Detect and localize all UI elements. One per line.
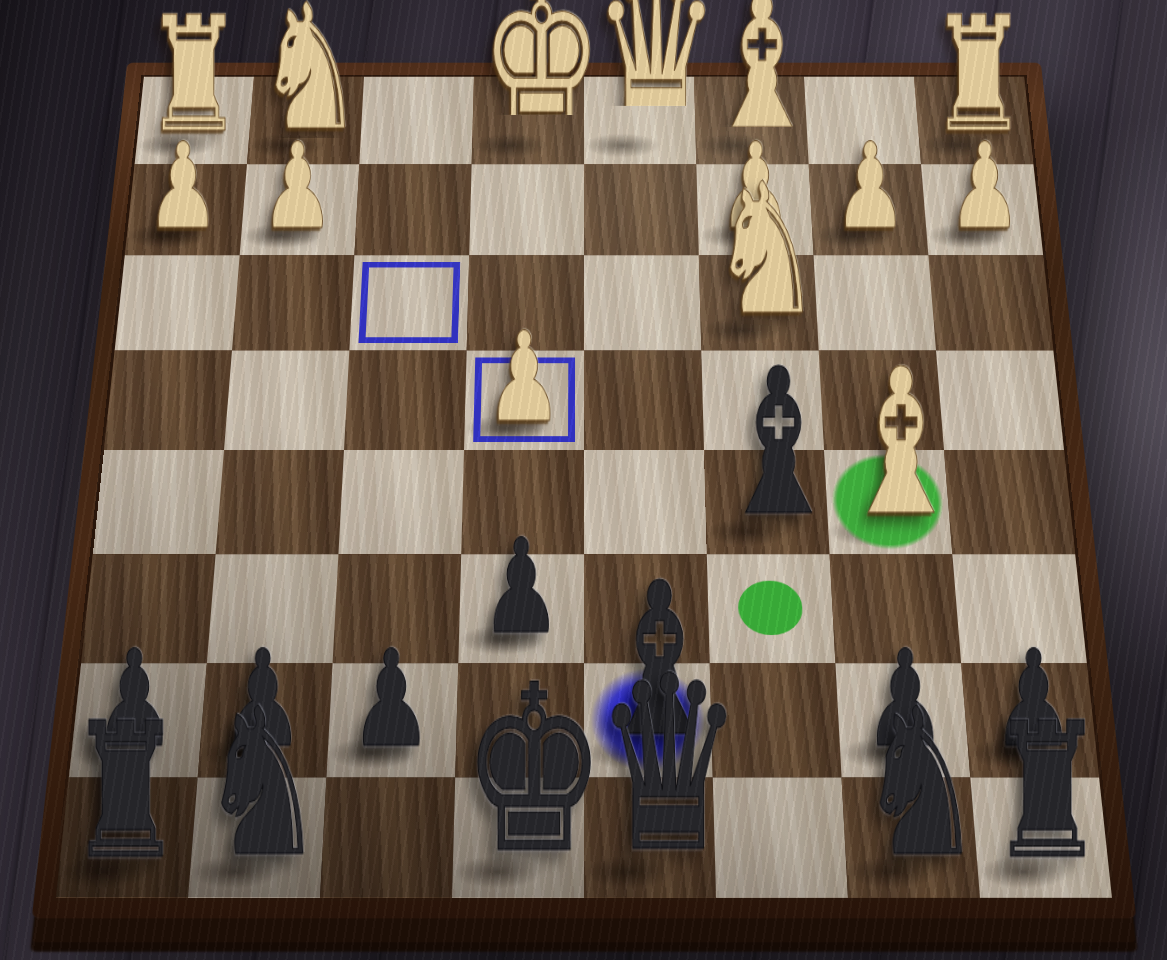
square-g2[interactable]: ♟ [239,164,359,255]
square-e2[interactable] [469,164,584,255]
board-squares: ♜♞♚♛♝♜♟♟♟♟♟♞♟♝♝♟♟♟♟♝♟♟♜♞♚♛♞♜ [56,77,1112,898]
black-king-e8[interactable]: ♚ [462,655,574,885]
square-b8[interactable]: ♞ [841,778,979,898]
white-pawn-b2[interactable]: ♟ [821,127,918,246]
square-b2[interactable]: ♟ [808,164,928,255]
white-pawn-h2[interactable]: ♟ [134,127,231,246]
black-pawn-f7[interactable]: ♟ [336,633,445,766]
square-g3[interactable] [231,255,353,350]
square-h8[interactable]: ♜ [56,778,198,898]
square-d2[interactable] [584,164,699,255]
square-e8[interactable]: ♚ [452,778,584,898]
square-a8[interactable]: ♜ [970,778,1112,898]
white-pawn-g2[interactable]: ♟ [248,127,345,246]
legal-move-indicator [737,581,804,636]
square-f3[interactable] [349,255,469,350]
black-rook-a8[interactable]: ♜ [988,698,1100,885]
square-g8[interactable]: ♞ [188,778,326,898]
chess-board: ♜♞♚♛♝♜♟♟♟♟♟♞♟♝♝♟♟♟♟♝♟♟♜♞♚♛♞♜ [31,63,1136,919]
square-g5[interactable] [215,450,343,554]
last-move-from-highlight [358,262,460,343]
square-d4[interactable] [584,350,704,450]
square-b5[interactable]: ♝ [824,450,952,554]
black-knight-g8[interactable]: ♞ [198,682,310,885]
square-f8[interactable] [320,778,455,898]
square-d8[interactable]: ♛ [584,778,716,898]
square-e1[interactable]: ♚ [471,77,583,164]
square-h3[interactable] [114,255,239,350]
square-h2[interactable]: ♟ [124,164,246,255]
square-g4[interactable] [224,350,349,450]
black-bishop-c5[interactable]: ♝ [715,342,819,544]
white-king-e1[interactable]: ♚ [480,0,575,155]
white-pawn-a2[interactable]: ♟ [936,127,1033,246]
square-a2[interactable]: ♟ [921,164,1043,255]
black-pawn-e6[interactable]: ♟ [467,522,574,652]
white-knight-c3[interactable]: ♞ [709,160,809,341]
white-bishop-b5[interactable]: ♝ [838,342,942,544]
square-d1[interactable]: ♛ [584,77,696,164]
square-h4[interactable] [104,350,232,450]
square-f7[interactable]: ♟ [326,663,458,777]
white-queen-d1[interactable]: ♛ [592,0,687,155]
square-e4[interactable]: ♟ [464,350,584,450]
white-pawn-e4[interactable]: ♟ [473,316,575,440]
square-f2[interactable] [354,164,471,255]
app-background: ♜♞♚♛♝♜♟♟♟♟♟♞♟♝♝♟♟♟♟♝♟♟♜♞♚♛♞♜ [0,0,1167,960]
board-rim: ♜♞♚♛♝♜♟♟♟♟♟♞♟♝♝♟♟♟♟♝♟♟♜♞♚♛♞♜ [31,63,1136,919]
square-f5[interactable] [338,450,464,554]
square-d3[interactable] [584,255,701,350]
square-h5[interactable] [92,450,223,554]
square-f1[interactable] [359,77,474,164]
black-queen-d8[interactable]: ♛ [593,645,705,886]
square-f4[interactable] [344,350,467,450]
black-rook-h8[interactable]: ♜ [67,698,179,885]
black-knight-b8[interactable]: ♞ [857,682,969,885]
